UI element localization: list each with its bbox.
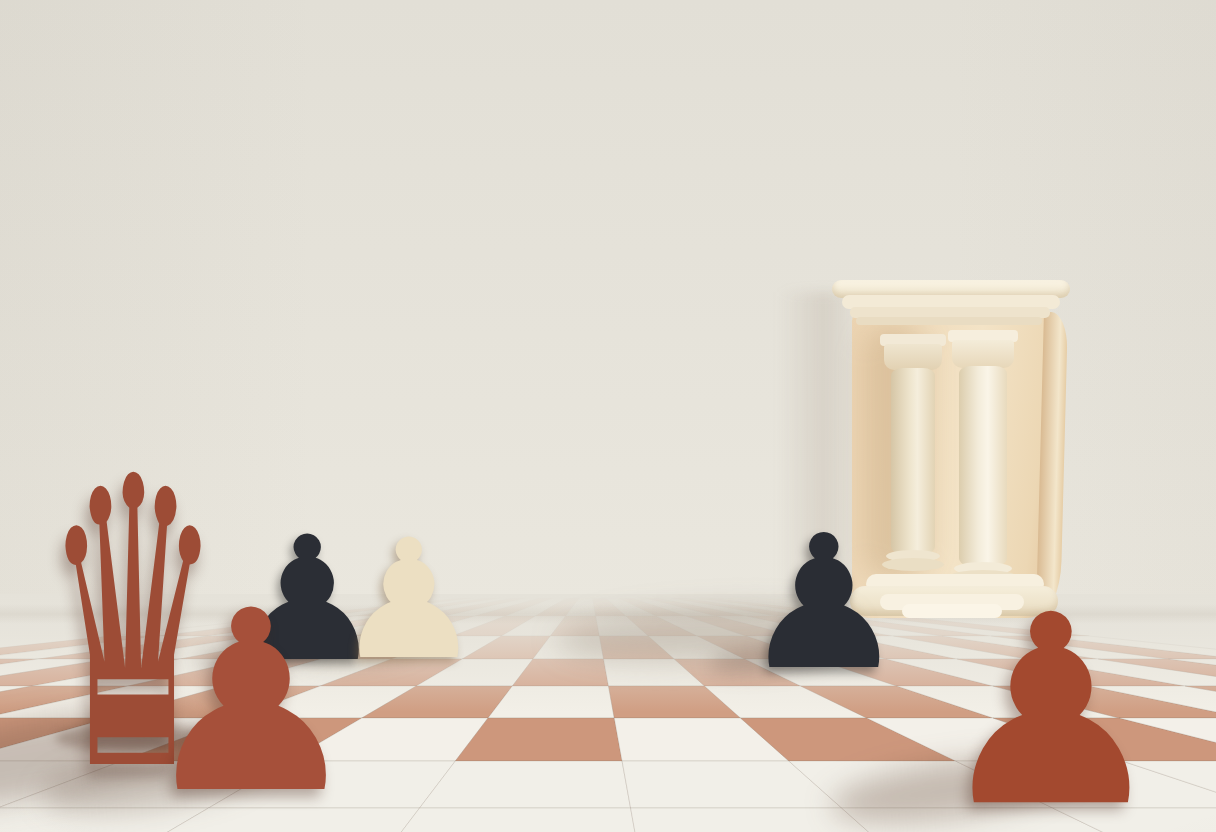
scene: ♛♟♟♟♟♟	[0, 0, 1216, 832]
left-column-capital	[884, 344, 942, 370]
right-column-shaft	[959, 366, 1007, 566]
chess-piece-pawn-black-right[interactable]: ♟	[732, 511, 917, 696]
board-square[interactable]	[420, 761, 631, 808]
chess-piece-pawn-terracotta-right[interactable]: ♟	[920, 581, 1182, 832]
board-square[interactable]	[380, 808, 640, 832]
monument-cornice-step	[856, 317, 1042, 325]
right-column-capital	[952, 340, 1014, 368]
chess-piece-pawn-terracotta-left[interactable]: ♟	[126, 578, 376, 828]
